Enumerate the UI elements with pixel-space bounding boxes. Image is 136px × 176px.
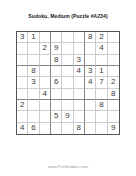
sudoku-cell-r3c1[interactable] <box>17 55 28 66</box>
sudoku-cell-r6c1[interactable] <box>17 89 28 100</box>
sudoku-cell-r5c5[interactable] <box>62 77 73 88</box>
sudoku-cell-r6c6[interactable] <box>74 89 85 100</box>
sudoku-cell-r1c4[interactable] <box>51 32 62 43</box>
sudoku-cell-r6c2[interactable] <box>28 89 39 100</box>
sudoku-cell-r7c7[interactable] <box>85 100 96 111</box>
sudoku-cell-r1c9[interactable] <box>108 32 119 43</box>
sudoku-cell-r5c6[interactable] <box>74 77 85 88</box>
sudoku-cell-r9c1: 4 <box>17 123 28 134</box>
sudoku-cell-r9c4[interactable] <box>51 123 62 134</box>
sudoku-cell-r3c6: 3 <box>74 55 85 66</box>
sudoku-cell-r5c7: 4 <box>85 77 96 88</box>
sudoku-cell-r3c9[interactable] <box>108 55 119 66</box>
sudoku-cell-r9c9: 9 <box>108 123 119 134</box>
sudoku-cell-r2c6[interactable] <box>74 43 85 54</box>
sudoku-cell-r2c3: 2 <box>40 43 51 54</box>
sudoku-cell-r9c2: 6 <box>28 123 39 134</box>
sudoku-cell-r8c1[interactable] <box>17 111 28 122</box>
sudoku-cell-r2c1[interactable] <box>17 43 28 54</box>
sudoku-cell-r8c5: 9 <box>62 111 73 122</box>
sudoku-cell-r6c4[interactable] <box>51 89 62 100</box>
sudoku-cell-r7c1: 2 <box>17 100 28 111</box>
sudoku-cell-r9c8[interactable] <box>96 123 107 134</box>
footer-url: www.PrintSudoku.com <box>0 164 136 169</box>
sudoku-cell-r5c4: 6 <box>51 77 62 88</box>
sudoku-cell-r7c6[interactable] <box>74 100 85 111</box>
sudoku-cell-r5c2: 3 <box>28 77 39 88</box>
sudoku-cell-r7c5[interactable] <box>62 100 73 111</box>
sudoku-cell-r7c8: 8 <box>96 100 107 111</box>
sudoku-cell-r4c5[interactable] <box>62 66 73 77</box>
sudoku-cell-r3c7[interactable] <box>85 55 96 66</box>
sudoku-cell-r1c8: 2 <box>96 32 107 43</box>
sudoku-cell-r6c9: 8 <box>108 89 119 100</box>
sudoku-cell-r1c2: 1 <box>28 32 39 43</box>
sudoku-cell-r7c3[interactable] <box>40 100 51 111</box>
sudoku-cell-r4c4[interactable] <box>51 66 62 77</box>
sudoku-cell-r8c7[interactable] <box>85 111 96 122</box>
sudoku-cell-r4c7: 3 <box>85 66 96 77</box>
sudoku-cell-r2c5[interactable] <box>62 43 73 54</box>
sudoku-cell-r6c8[interactable] <box>96 89 107 100</box>
sudoku-cell-r8c3[interactable] <box>40 111 51 122</box>
sudoku-cell-r5c9: 2 <box>108 77 119 88</box>
sudoku-cell-r1c1: 3 <box>17 32 28 43</box>
sudoku-cell-r4c8: 1 <box>96 66 107 77</box>
sudoku-cell-r1c3[interactable] <box>40 32 51 43</box>
sudoku-cell-r5c3[interactable] <box>40 77 51 88</box>
sudoku-cell-r2c4: 9 <box>51 43 62 54</box>
sudoku-cell-r8c4: 5 <box>51 111 62 122</box>
sudoku-cell-r4c2: 8 <box>28 66 39 77</box>
sudoku-cell-r8c2[interactable] <box>28 111 39 122</box>
sudoku-cell-r9c7[interactable] <box>85 123 96 134</box>
sudoku-cell-r8c9[interactable] <box>108 111 119 122</box>
sudoku-cell-r1c7: 8 <box>85 32 96 43</box>
sudoku-cell-r5c8: 7 <box>96 77 107 88</box>
sudoku-cell-r4c6: 4 <box>74 66 85 77</box>
sudoku-cell-r3c4: 8 <box>51 55 62 66</box>
sudoku-cell-r1c5[interactable] <box>62 32 73 43</box>
sudoku-cell-r6c7[interactable] <box>85 89 96 100</box>
sudoku-cell-r4c3[interactable] <box>40 66 51 77</box>
sudoku-cell-r3c8[interactable] <box>96 55 107 66</box>
sudoku-cell-r9c6: 8 <box>74 123 85 134</box>
sudoku-cell-r3c2[interactable] <box>28 55 39 66</box>
sudoku-cell-r2c2[interactable] <box>28 43 39 54</box>
sudoku-cell-r2c7[interactable] <box>85 43 96 54</box>
sudoku-cell-r3c3[interactable] <box>40 55 51 66</box>
sudoku-cell-r2c9[interactable] <box>108 43 119 54</box>
sudoku-cell-r6c5[interactable] <box>62 89 73 100</box>
sudoku-cell-r3c5[interactable] <box>62 55 73 66</box>
sudoku-cell-r4c1[interactable] <box>17 66 28 77</box>
sudoku-cell-r7c2[interactable] <box>28 100 39 111</box>
sudoku-board: 3182294838431364724828594689 <box>16 31 120 135</box>
sudoku-cell-r9c3[interactable] <box>40 123 51 134</box>
sudoku-cell-r7c9[interactable] <box>108 100 119 111</box>
sudoku-cell-r7c4[interactable] <box>51 100 62 111</box>
sudoku-cell-r1c6[interactable] <box>74 32 85 43</box>
sudoku-cell-r9c5[interactable] <box>62 123 73 134</box>
sudoku-cell-r4c9[interactable] <box>108 66 119 77</box>
page-title: Sudoku, Medium (Puzzle #A234) <box>0 13 136 20</box>
sudoku-cell-r8c8[interactable] <box>96 111 107 122</box>
sudoku-cell-r8c6[interactable] <box>74 111 85 122</box>
sudoku-cell-r5c1[interactable] <box>17 77 28 88</box>
sudoku-cell-r2c8: 4 <box>96 43 107 54</box>
sudoku-cell-r6c3: 4 <box>40 89 51 100</box>
